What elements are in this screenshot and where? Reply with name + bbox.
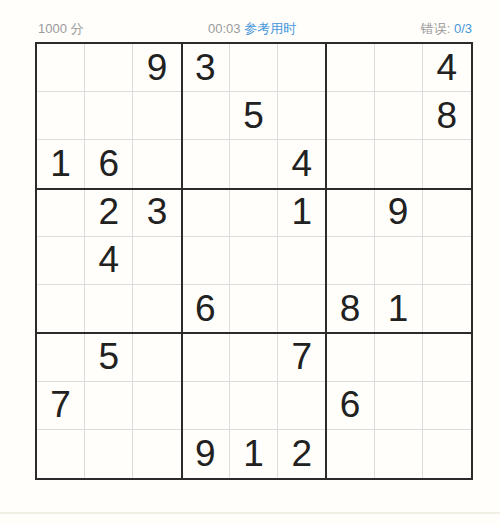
cell-r1c9[interactable]: 4 [423,44,471,92]
cell-r2c3[interactable] [133,92,181,140]
cell-r6c2[interactable] [85,285,133,333]
cell-r5c3[interactable] [133,237,181,285]
cell-r5c7[interactable] [326,237,374,285]
cell-r9c2[interactable] [85,430,133,478]
cell-r5c1[interactable] [37,237,85,285]
cell-r7c8[interactable] [375,333,423,381]
cell-r9c8[interactable] [375,430,423,478]
cell-r6c4[interactable]: 6 [182,285,230,333]
status-bar: 1000 分 00:03 参考用时 错误: 0/3 [0,20,500,38]
box-divider-vertical-2 [325,44,327,478]
timer: 00:03 参考用时 [84,20,421,38]
cell-r3c4[interactable] [182,140,230,188]
cell-r2c1[interactable] [37,92,85,140]
cell-r6c1[interactable] [37,285,85,333]
cell-r6c7[interactable]: 8 [326,285,374,333]
box-divider-vertical-1 [181,44,183,478]
cell-r3c6[interactable]: 4 [278,140,326,188]
timer-value: 00:03 [208,21,241,36]
cell-r8c4[interactable] [182,382,230,430]
cell-r7c5[interactable] [230,333,278,381]
cell-r8c6[interactable] [278,382,326,430]
timer-reference-label: 参考用时 [244,21,296,36]
cell-r5c2[interactable]: 4 [85,237,133,285]
cell-r4c2[interactable]: 2 [85,189,133,237]
cell-r4c8[interactable]: 9 [375,189,423,237]
cell-r4c4[interactable] [182,189,230,237]
cell-r8c5[interactable] [230,382,278,430]
cell-r7c6[interactable]: 7 [278,333,326,381]
cell-r2c2[interactable] [85,92,133,140]
cell-r9c7[interactable] [326,430,374,478]
box-divider-horizontal-1 [37,188,471,190]
cell-r7c1[interactable] [37,333,85,381]
error-counter: 错误: 0/3 [421,20,472,38]
cell-r5c9[interactable] [423,237,471,285]
cell-r7c3[interactable] [133,333,181,381]
cell-r1c2[interactable] [85,44,133,92]
cell-r8c2[interactable] [85,382,133,430]
cell-r6c9[interactable] [423,285,471,333]
cell-r3c3[interactable] [133,140,181,188]
cell-r8c1[interactable]: 7 [37,382,85,430]
cell-r9c3[interactable] [133,430,181,478]
cell-r3c2[interactable]: 6 [85,140,133,188]
cell-r2c5[interactable]: 5 [230,92,278,140]
cell-r1c6[interactable] [278,44,326,92]
cell-r4c7[interactable] [326,189,374,237]
sudoku-board: 93458164231946815776912 [35,42,473,480]
cell-r7c7[interactable] [326,333,374,381]
cell-r8c9[interactable] [423,382,471,430]
error-value: 0/3 [454,21,472,36]
cell-r3c8[interactable] [375,140,423,188]
cell-r9c1[interactable] [37,430,85,478]
cell-r5c8[interactable] [375,237,423,285]
cell-r2c7[interactable] [326,92,374,140]
cell-r6c8[interactable]: 1 [375,285,423,333]
score-label: 1000 分 [38,20,84,38]
cell-r3c7[interactable] [326,140,374,188]
cell-r1c1[interactable] [37,44,85,92]
cell-r2c6[interactable] [278,92,326,140]
cell-r3c1[interactable]: 1 [37,140,85,188]
cell-r1c3[interactable]: 9 [133,44,181,92]
cell-r4c9[interactable] [423,189,471,237]
cell-r3c9[interactable] [423,140,471,188]
cell-r9c9[interactable] [423,430,471,478]
cell-r8c3[interactable] [133,382,181,430]
box-divider-horizontal-2 [37,332,471,334]
cell-r4c5[interactable] [230,189,278,237]
cell-r2c8[interactable] [375,92,423,140]
board-cells: 93458164231946815776912 [37,44,471,478]
cell-r1c8[interactable] [375,44,423,92]
cell-r4c3[interactable]: 3 [133,189,181,237]
cell-r3c5[interactable] [230,140,278,188]
cell-r4c6[interactable]: 1 [278,189,326,237]
error-label: 错误: [421,21,451,36]
cell-r7c4[interactable] [182,333,230,381]
cell-r9c5[interactable]: 1 [230,430,278,478]
cell-r6c5[interactable] [230,285,278,333]
cell-r5c5[interactable] [230,237,278,285]
bottom-separator [0,512,500,514]
cell-r6c3[interactable] [133,285,181,333]
cell-r9c4[interactable]: 9 [182,430,230,478]
cell-r1c4[interactable]: 3 [182,44,230,92]
cell-r4c1[interactable] [37,189,85,237]
cell-r1c5[interactable] [230,44,278,92]
cell-r6c6[interactable] [278,285,326,333]
cell-r2c4[interactable] [182,92,230,140]
cell-r8c7[interactable]: 6 [326,382,374,430]
cell-r7c2[interactable]: 5 [85,333,133,381]
cell-r1c7[interactable] [326,44,374,92]
cell-r8c8[interactable] [375,382,423,430]
cell-r5c4[interactable] [182,237,230,285]
cell-r9c6[interactable]: 2 [278,430,326,478]
cell-r2c9[interactable]: 8 [423,92,471,140]
cell-r7c9[interactable] [423,333,471,381]
cell-r5c6[interactable] [278,237,326,285]
